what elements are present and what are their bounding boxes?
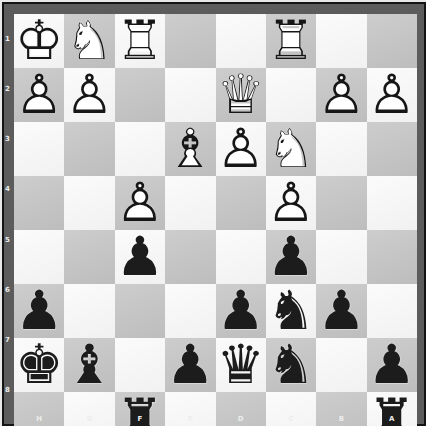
piece-glyph-outline-layer: ♙	[368, 68, 416, 122]
piece-glyph-layer: ♞	[267, 284, 315, 338]
piece-glyph-layer: ♝	[65, 338, 113, 392]
black-pawn-icon: ♟	[367, 338, 417, 392]
square-b1[interactable]	[316, 14, 366, 68]
rank-label-4: 4	[2, 164, 13, 214]
square-h6[interactable]: ♟	[14, 284, 64, 338]
chess-board-window: ♚♔♞♘♜♖♜♖♟♙♟♙♛♕♟♙♟♙♝♗♟♙♞♘♟♙♟♙♟♟♟♟♞♟♚♝♟♛♞♟…	[0, 0, 426, 426]
white-pawn-icon: ♟♙	[14, 68, 64, 122]
piece-glyph-outline-layer: ♙	[116, 176, 164, 230]
black-bishop-icon: ♝	[64, 338, 114, 392]
black-knight-icon: ♞	[266, 284, 316, 338]
square-a2[interactable]: ♟♙	[367, 68, 417, 122]
piece-glyph-outline-layer: ♖	[116, 14, 164, 68]
rank-label-8: 8	[2, 365, 13, 415]
square-c6[interactable]: ♞	[266, 284, 316, 338]
file-labels: HGFEDCBA	[14, 415, 417, 424]
file-label-c: C	[266, 415, 316, 424]
square-f2[interactable]	[115, 68, 165, 122]
file-label-a: A	[367, 415, 417, 424]
square-g2[interactable]: ♟♙	[64, 68, 114, 122]
square-b3[interactable]	[316, 122, 366, 176]
black-pawn-icon: ♟	[14, 284, 64, 338]
piece-glyph-outline-layer: ♙	[317, 68, 365, 122]
square-f4[interactable]: ♟♙	[115, 176, 165, 230]
square-d4[interactable]	[216, 176, 266, 230]
piece-glyph-layer: ♟	[166, 338, 214, 392]
black-pawn-icon: ♟	[115, 230, 165, 284]
square-d5[interactable]	[216, 230, 266, 284]
square-f7[interactable]	[115, 338, 165, 392]
square-f5[interactable]: ♟	[115, 230, 165, 284]
piece-glyph-layer: ♟	[15, 284, 63, 338]
square-c4[interactable]: ♟♙	[266, 176, 316, 230]
white-pawn-icon: ♟♙	[64, 68, 114, 122]
white-pawn-icon: ♟♙	[266, 176, 316, 230]
square-g3[interactable]	[64, 122, 114, 176]
square-c3[interactable]: ♞♘	[266, 122, 316, 176]
square-e5[interactable]	[165, 230, 215, 284]
square-c7[interactable]: ♞	[266, 338, 316, 392]
white-pawn-icon: ♟♙	[367, 68, 417, 122]
square-e1[interactable]	[165, 14, 215, 68]
white-knight-icon: ♞♘	[64, 14, 114, 68]
piece-glyph-outline-layer: ♘	[267, 122, 315, 176]
square-b7[interactable]	[316, 338, 366, 392]
board-frame: ♚♔♞♘♜♖♜♖♟♙♟♙♛♕♟♙♟♙♝♗♟♙♞♘♟♙♟♙♟♟♟♟♞♟♚♝♟♛♞♟…	[2, 2, 426, 426]
white-pawn-icon: ♟♙	[216, 122, 266, 176]
square-a5[interactable]	[367, 230, 417, 284]
square-d6[interactable]: ♟	[216, 284, 266, 338]
black-pawn-icon: ♟	[316, 284, 366, 338]
piece-glyph-layer: ♟	[317, 284, 365, 338]
rank-label-3: 3	[2, 114, 13, 164]
piece-glyph-layer: ♛	[216, 338, 264, 392]
piece-glyph-outline-layer: ♙	[267, 176, 315, 230]
white-bishop-icon: ♝♗	[165, 122, 215, 176]
file-label-f: F	[115, 415, 165, 424]
square-g4[interactable]	[64, 176, 114, 230]
piece-glyph-layer: ♟	[216, 284, 264, 338]
piece-glyph-outline-layer: ♙	[65, 68, 113, 122]
rank-label-5: 5	[2, 215, 13, 265]
square-b2[interactable]: ♟♙	[316, 68, 366, 122]
file-label-g: G	[64, 415, 114, 424]
square-e7[interactable]: ♟	[165, 338, 215, 392]
square-h2[interactable]: ♟♙	[14, 68, 64, 122]
square-f1[interactable]: ♜♖	[115, 14, 165, 68]
square-b4[interactable]	[316, 176, 366, 230]
white-queen-icon: ♛♕	[216, 68, 266, 122]
file-label-b: B	[316, 415, 366, 424]
piece-glyph-layer: ♞	[267, 338, 315, 392]
piece-glyph-layer: ♚	[15, 338, 63, 392]
square-g1[interactable]: ♞♘	[64, 14, 114, 68]
rank-label-1: 1	[2, 14, 13, 64]
rank-labels: 12345678	[2, 14, 13, 415]
black-pawn-icon: ♟	[165, 338, 215, 392]
board-grid: ♚♔♞♘♜♖♜♖♟♙♟♙♛♕♟♙♟♙♝♗♟♙♞♘♟♙♟♙♟♟♟♟♞♟♚♝♟♛♞♟…	[14, 14, 417, 415]
rank-label-2: 2	[2, 64, 13, 114]
piece-glyph-outline-layer: ♖	[267, 14, 315, 68]
piece-glyph-outline-layer: ♙	[15, 68, 63, 122]
square-h1[interactable]: ♚♔	[14, 14, 64, 68]
piece-glyph-outline-layer: ♔	[15, 14, 63, 68]
file-label-e: E	[165, 415, 215, 424]
piece-glyph-outline-layer: ♙	[216, 122, 264, 176]
square-g6[interactable]	[64, 284, 114, 338]
square-e3[interactable]: ♝♗	[165, 122, 215, 176]
square-d7[interactable]: ♛	[216, 338, 266, 392]
square-a4[interactable]	[367, 176, 417, 230]
square-b5[interactable]	[316, 230, 366, 284]
square-f3[interactable]	[115, 122, 165, 176]
square-a6[interactable]	[367, 284, 417, 338]
rank-label-6: 6	[2, 265, 13, 315]
square-h3[interactable]	[14, 122, 64, 176]
white-knight-icon: ♞♘	[266, 122, 316, 176]
file-label-h: H	[14, 415, 64, 424]
piece-glyph-layer: ♟	[116, 230, 164, 284]
piece-glyph-layer: ♟	[267, 230, 315, 284]
square-h4[interactable]	[14, 176, 64, 230]
square-c5[interactable]: ♟	[266, 230, 316, 284]
square-a7[interactable]: ♟	[367, 338, 417, 392]
piece-glyph-outline-layer: ♕	[216, 68, 264, 122]
black-pawn-icon: ♟	[266, 230, 316, 284]
square-g5[interactable]	[64, 230, 114, 284]
black-knight-icon: ♞	[266, 338, 316, 392]
white-pawn-icon: ♟♙	[316, 68, 366, 122]
white-rook-icon: ♜♖	[266, 14, 316, 68]
piece-glyph-layer: ♟	[368, 338, 416, 392]
black-queen-icon: ♛	[216, 338, 266, 392]
square-b6[interactable]: ♟	[316, 284, 366, 338]
square-h5[interactable]	[14, 230, 64, 284]
square-e2[interactable]	[165, 68, 215, 122]
piece-glyph-outline-layer: ♘	[65, 14, 113, 68]
rank-label-7: 7	[2, 315, 13, 365]
square-d1[interactable]	[216, 14, 266, 68]
square-a3[interactable]	[367, 122, 417, 176]
piece-glyph-outline-layer: ♗	[166, 122, 214, 176]
file-label-d: D	[216, 415, 266, 424]
black-pawn-icon: ♟	[216, 284, 266, 338]
square-d3[interactable]: ♟♙	[216, 122, 266, 176]
square-e4[interactable]	[165, 176, 215, 230]
square-e6[interactable]	[165, 284, 215, 338]
square-c1[interactable]: ♜♖	[266, 14, 316, 68]
white-pawn-icon: ♟♙	[115, 176, 165, 230]
square-a1[interactable]	[367, 14, 417, 68]
square-g7[interactable]: ♝	[64, 338, 114, 392]
square-c2[interactable]	[266, 68, 316, 122]
square-d2[interactable]: ♛♕	[216, 68, 266, 122]
white-rook-icon: ♜♖	[115, 14, 165, 68]
square-h7[interactable]: ♚	[14, 338, 64, 392]
black-king-icon: ♚	[14, 338, 64, 392]
square-f6[interactable]	[115, 284, 165, 338]
white-king-icon: ♚♔	[14, 14, 64, 68]
